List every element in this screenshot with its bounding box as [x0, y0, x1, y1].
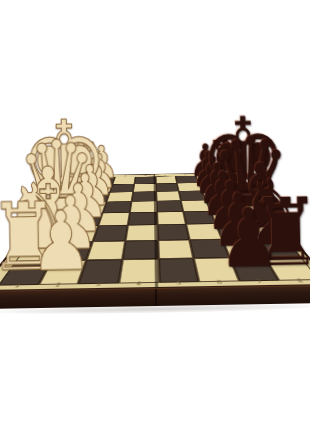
square-e8[interactable]: [230, 199, 263, 210]
square-c3[interactable]: [93, 225, 128, 241]
square-b3[interactable]: [87, 241, 126, 261]
square-c5[interactable]: [157, 224, 190, 240]
coordinate-label: 6: [198, 279, 240, 286]
front-edge-seam: [155, 289, 157, 306]
square-f8[interactable]: [225, 190, 255, 200]
chess-set: 12345678 12345678 ♜♞♝♛♚♝♞♜♟♟♟♟♟♟♟♟♟♟♟♟♟♟…: [0, 0, 310, 430]
square-f5[interactable]: [156, 191, 181, 201]
coordinate-label: 8: [278, 277, 310, 284]
chess-board: 12345678 12345678: [0, 173, 310, 293]
coordinate-label: 3: [77, 281, 119, 288]
coordinate-label: 1: [0, 282, 40, 289]
square-c4[interactable]: [125, 225, 157, 241]
square-d3[interactable]: [98, 212, 129, 225]
square-d5[interactable]: [157, 211, 187, 224]
square-e3[interactable]: [103, 201, 132, 212]
coordinate-label: 7: [238, 278, 281, 285]
square-e5[interactable]: [156, 201, 183, 212]
photo-background: 12345678 12345678 ♜♞♝♛♚♝♞♜♟♟♟♟♟♟♟♟♟♟♟♟♟♟…: [0, 0, 310, 430]
coordinate-label: 4: [118, 280, 159, 287]
square-b4[interactable]: [122, 240, 158, 260]
coordinate-label: 5: [159, 279, 200, 286]
square-d8[interactable]: [237, 210, 274, 223]
square-f3[interactable]: [107, 192, 133, 202]
square-b5[interactable]: [157, 240, 193, 259]
coordinate-label: 2: [36, 281, 79, 288]
